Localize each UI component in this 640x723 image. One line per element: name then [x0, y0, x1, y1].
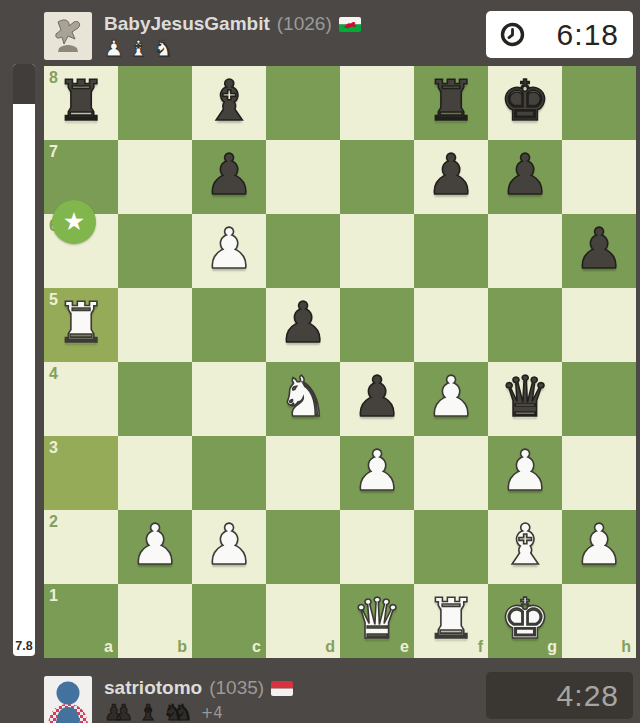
wales-flag-icon — [339, 17, 361, 32]
chess-board[interactable]: 8♜♝♜♚7♟♟♟6♟♟5♜♟4♞♟♟♛3♟♟2♟♟♝♟1abcde♛f♜g♚h — [44, 66, 636, 658]
square-c7[interactable]: ♟ — [192, 140, 266, 214]
file-label-d: d — [325, 638, 335, 656]
square-e8[interactable] — [340, 66, 414, 140]
evaluation-score: 7.8 — [13, 639, 35, 653]
piece-white-rook-f1[interactable]: ♜ — [414, 582, 488, 656]
square-d7[interactable] — [266, 140, 340, 214]
square-h5[interactable] — [562, 288, 636, 362]
piece-white-queen-e1[interactable]: ♛ — [340, 582, 414, 656]
square-h3[interactable] — [562, 436, 636, 510]
square-b5[interactable] — [118, 288, 192, 362]
square-a4[interactable]: 4 — [44, 362, 118, 436]
square-g5[interactable] — [488, 288, 562, 362]
square-h8[interactable] — [562, 66, 636, 140]
piece-black-pawn-f7[interactable]: ♟ — [414, 138, 488, 212]
piece-black-rook-f8[interactable]: ♜ — [414, 64, 488, 138]
square-h4[interactable] — [562, 362, 636, 436]
square-e4[interactable]: ♟ — [340, 362, 414, 436]
piece-white-bishop-g2[interactable]: ♝ — [488, 508, 562, 582]
piece-white-knight-d4[interactable]: ♞ — [266, 360, 340, 434]
square-b8[interactable] — [118, 66, 192, 140]
square-f2[interactable] — [414, 510, 488, 584]
square-a3[interactable]: 3 — [44, 436, 118, 510]
square-d8[interactable] — [266, 66, 340, 140]
piece-white-pawn-c2[interactable]: ♟ — [192, 508, 266, 582]
rank-label-2: 2 — [49, 513, 58, 531]
top-player-name: BabyJesusGambit — [104, 13, 270, 35]
square-d6[interactable] — [266, 214, 340, 288]
square-e2[interactable] — [340, 510, 414, 584]
bottom-player-bar: satriotomo (1035) ♟♟♝♞♞+4 4:28 — [0, 664, 640, 723]
square-a8[interactable]: 8♜ — [44, 66, 118, 140]
piece-white-pawn-h2[interactable]: ♟ — [562, 508, 636, 582]
piece-black-pawn-h6[interactable]: ♟ — [562, 212, 636, 286]
bottom-clock-time: 4:28 — [486, 679, 633, 713]
square-e1[interactable]: e♛ — [340, 584, 414, 658]
square-b6[interactable] — [118, 214, 192, 288]
square-c5[interactable] — [192, 288, 266, 362]
square-d4[interactable]: ♞ — [266, 362, 340, 436]
piece-white-pawn-e3[interactable]: ♟ — [340, 434, 414, 508]
square-e3[interactable]: ♟ — [340, 436, 414, 510]
square-g6[interactable] — [488, 214, 562, 288]
best-move-badge: ★ — [52, 200, 96, 244]
square-h6[interactable]: ♟ — [562, 214, 636, 288]
square-f4[interactable]: ♟ — [414, 362, 488, 436]
top-player-rating: (1026) — [277, 13, 332, 35]
square-g8[interactable]: ♚ — [488, 66, 562, 140]
rank-label-7: 7 — [49, 143, 58, 161]
person-avatar-image — [44, 676, 92, 723]
piece-black-bishop-c8[interactable]: ♝ — [192, 64, 266, 138]
square-h2[interactable]: ♟ — [562, 510, 636, 584]
captured-piece-group: ♝ — [138, 702, 158, 723]
square-c4[interactable] — [192, 362, 266, 436]
bottom-player-name: satriotomo — [104, 677, 202, 699]
square-g2[interactable]: ♝ — [488, 510, 562, 584]
square-b2[interactable]: ♟ — [118, 510, 192, 584]
piece-white-pawn-b2[interactable]: ♟ — [118, 508, 192, 582]
square-g7[interactable]: ♟ — [488, 140, 562, 214]
clock-icon — [499, 21, 526, 48]
square-d1[interactable]: d — [266, 584, 340, 658]
square-b1[interactable]: b — [118, 584, 192, 658]
square-d5[interactable]: ♟ — [266, 288, 340, 362]
star-icon: ★ — [63, 209, 85, 234]
square-h1[interactable]: h — [562, 584, 636, 658]
file-label-a: a — [104, 638, 113, 656]
file-label-h: h — [621, 638, 631, 656]
square-b4[interactable] — [118, 362, 192, 436]
piece-white-rook-a5[interactable]: ♜ — [44, 286, 118, 360]
captured-piece-group: ♟♟ — [104, 702, 133, 723]
top-player-avatar[interactable] — [44, 12, 92, 60]
rank-label-4: 4 — [49, 365, 58, 383]
square-d2[interactable] — [266, 510, 340, 584]
square-b3[interactable] — [118, 436, 192, 510]
file-label-c: c — [252, 638, 261, 656]
dragon-sketch-avatar-image — [44, 12, 92, 60]
piece-white-king-g1[interactable]: ♚ — [488, 582, 562, 656]
top-clock-time: 6:18 — [526, 18, 633, 52]
square-f1[interactable]: f♜ — [414, 584, 488, 658]
indonesia-flag-icon — [271, 681, 293, 696]
captured-piece-group: ♞ — [153, 38, 173, 60]
piece-white-pawn-f4[interactable]: ♟ — [414, 360, 488, 434]
square-c8[interactable]: ♝ — [192, 66, 266, 140]
bottom-player-clock: 4:28 — [486, 672, 633, 719]
square-g4[interactable]: ♛ — [488, 362, 562, 436]
square-g3[interactable]: ♟ — [488, 436, 562, 510]
top-player-clock: 6:18 — [486, 11, 633, 58]
piece-black-king-g8[interactable]: ♚ — [488, 64, 562, 138]
evaluation-bar: 7.8 — [13, 64, 35, 656]
square-f5[interactable] — [414, 288, 488, 362]
top-player-bar: BabyJesusGambit (1026) ♟♝♞ 6:18 — [0, 0, 640, 62]
bottom-player-avatar[interactable] — [44, 676, 92, 723]
captured-piece-group: ♟ — [104, 38, 124, 60]
piece-black-pawn-d5[interactable]: ♟ — [266, 286, 340, 360]
square-c6[interactable]: ♟ — [192, 214, 266, 288]
square-a2[interactable]: 2 — [44, 510, 118, 584]
square-f3[interactable] — [414, 436, 488, 510]
square-b7[interactable] — [118, 140, 192, 214]
square-e6[interactable] — [340, 214, 414, 288]
rank-label-1: 1 — [49, 587, 58, 605]
square-e5[interactable] — [340, 288, 414, 362]
piece-white-pawn-c6[interactable]: ♟ — [192, 212, 266, 286]
piece-black-rook-a8[interactable]: ♜ — [44, 64, 118, 138]
evaluation-black-portion — [13, 64, 35, 104]
square-h7[interactable] — [562, 140, 636, 214]
top-captured-pieces: ♟♝♞ — [104, 37, 361, 61]
square-a1[interactable]: 1a — [44, 584, 118, 658]
piece-black-pawn-e4[interactable]: ♟ — [340, 360, 414, 434]
square-e7[interactable] — [340, 140, 414, 214]
square-d3[interactable] — [266, 436, 340, 510]
bottom-captured-pieces: ♟♟♝♞♞+4 — [104, 701, 293, 723]
captured-piece-group: ♝ — [129, 38, 149, 60]
bottom-player-rating: (1035) — [209, 677, 264, 699]
file-label-b: b — [177, 638, 187, 656]
material-advantage: +4 — [201, 704, 223, 722]
square-f7[interactable]: ♟ — [414, 140, 488, 214]
piece-black-pawn-g7[interactable]: ♟ — [488, 138, 562, 212]
square-f6[interactable] — [414, 214, 488, 288]
square-a5[interactable]: 5♜ — [44, 288, 118, 362]
piece-black-pawn-c7[interactable]: ♟ — [192, 138, 266, 212]
square-c3[interactable] — [192, 436, 266, 510]
square-f8[interactable]: ♜ — [414, 66, 488, 140]
square-g1[interactable]: g♚ — [488, 584, 562, 658]
square-c2[interactable]: ♟ — [192, 510, 266, 584]
square-c1[interactable]: c — [192, 584, 266, 658]
captured-piece-group: ♞♞ — [163, 702, 192, 723]
rank-label-3: 3 — [49, 439, 58, 457]
piece-black-queen-g4[interactable]: ♛ — [488, 360, 562, 434]
piece-white-pawn-g3[interactable]: ♟ — [488, 434, 562, 508]
